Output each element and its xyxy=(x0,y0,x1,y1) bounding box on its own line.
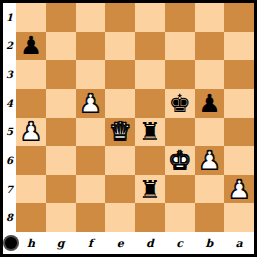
black-rook[interactable]: ♜ xyxy=(139,119,161,144)
chess-board: 12♟34♟♚♟5♟♛♜6♚♟7♜♟8hgfedcba xyxy=(0,0,257,257)
square-a1[interactable] xyxy=(224,3,254,32)
square-c6[interactable]: ♚ xyxy=(165,146,195,175)
square-h1[interactable] xyxy=(16,3,46,32)
square-g4[interactable] xyxy=(46,89,76,118)
white-pawn[interactable]: ♟ xyxy=(228,177,250,202)
black-king[interactable]: ♚ xyxy=(168,91,190,116)
square-c2[interactable] xyxy=(165,32,195,61)
square-b4[interactable]: ♟ xyxy=(195,89,225,118)
square-g5[interactable] xyxy=(46,118,76,147)
square-g6[interactable] xyxy=(46,146,76,175)
square-c4[interactable]: ♚ xyxy=(165,89,195,118)
move-indicator-cell xyxy=(3,232,16,254)
square-d6[interactable] xyxy=(135,146,165,175)
square-g7[interactable] xyxy=(46,175,76,204)
black-pawn[interactable]: ♟ xyxy=(198,91,220,116)
square-c7[interactable] xyxy=(165,175,195,204)
square-b3[interactable] xyxy=(195,60,225,89)
black-pawn[interactable]: ♟ xyxy=(20,33,42,58)
file-label-c: c xyxy=(165,232,195,254)
square-g8[interactable] xyxy=(46,203,76,232)
file-label-b: b xyxy=(195,232,225,254)
square-e8[interactable] xyxy=(105,203,135,232)
rank-label-2: 2 xyxy=(3,32,16,61)
square-f8[interactable] xyxy=(76,203,106,232)
square-h3[interactable] xyxy=(16,60,46,89)
square-d4[interactable] xyxy=(135,89,165,118)
square-e7[interactable] xyxy=(105,175,135,204)
rank-label-6: 6 xyxy=(3,146,16,175)
square-c5[interactable] xyxy=(165,118,195,147)
rank-label-8: 8 xyxy=(3,203,16,232)
file-label-d: d xyxy=(135,232,165,254)
square-a5[interactable] xyxy=(224,118,254,147)
square-c3[interactable] xyxy=(165,60,195,89)
square-g2[interactable] xyxy=(46,32,76,61)
square-e3[interactable] xyxy=(105,60,135,89)
square-h2[interactable]: ♟ xyxy=(16,32,46,61)
square-g3[interactable] xyxy=(46,60,76,89)
square-d2[interactable] xyxy=(135,32,165,61)
white-pawn[interactable]: ♟ xyxy=(198,148,220,173)
square-e4[interactable] xyxy=(105,89,135,118)
square-h5[interactable]: ♟ xyxy=(16,118,46,147)
square-e2[interactable] xyxy=(105,32,135,61)
file-label-f: f xyxy=(76,232,106,254)
white-queen[interactable]: ♛ xyxy=(109,119,131,144)
rank-label-3: 3 xyxy=(3,60,16,89)
square-b5[interactable] xyxy=(195,118,225,147)
black-rook[interactable]: ♜ xyxy=(139,177,161,202)
square-d7[interactable]: ♜ xyxy=(135,175,165,204)
rank-label-4: 4 xyxy=(3,89,16,118)
square-b1[interactable] xyxy=(195,3,225,32)
square-f5[interactable] xyxy=(76,118,106,147)
square-d8[interactable] xyxy=(135,203,165,232)
square-d1[interactable] xyxy=(135,3,165,32)
white-pawn[interactable]: ♟ xyxy=(20,119,42,144)
square-f1[interactable] xyxy=(76,3,106,32)
square-b8[interactable] xyxy=(195,203,225,232)
rank-label-1: 1 xyxy=(3,3,16,32)
square-d5[interactable]: ♜ xyxy=(135,118,165,147)
black-to-move-indicator xyxy=(5,237,17,249)
rank-label-7: 7 xyxy=(3,175,16,204)
square-b6[interactable]: ♟ xyxy=(195,146,225,175)
rank-label-5: 5 xyxy=(3,118,16,147)
square-a7[interactable]: ♟ xyxy=(224,175,254,204)
file-label-a: a xyxy=(224,232,254,254)
square-h6[interactable] xyxy=(16,146,46,175)
square-h4[interactable] xyxy=(16,89,46,118)
square-b2[interactable] xyxy=(195,32,225,61)
square-a6[interactable] xyxy=(224,146,254,175)
square-a3[interactable] xyxy=(224,60,254,89)
square-g1[interactable] xyxy=(46,3,76,32)
square-h8[interactable] xyxy=(16,203,46,232)
square-f6[interactable] xyxy=(76,146,106,175)
square-d3[interactable] xyxy=(135,60,165,89)
square-a4[interactable] xyxy=(224,89,254,118)
white-king[interactable]: ♚ xyxy=(168,148,190,173)
square-a8[interactable] xyxy=(224,203,254,232)
square-e6[interactable] xyxy=(105,146,135,175)
square-e1[interactable] xyxy=(105,3,135,32)
square-f2[interactable] xyxy=(76,32,106,61)
file-label-e: e xyxy=(105,232,135,254)
file-label-h: h xyxy=(16,232,46,254)
white-pawn[interactable]: ♟ xyxy=(79,91,101,116)
square-f3[interactable] xyxy=(76,60,106,89)
square-c1[interactable] xyxy=(165,3,195,32)
square-a2[interactable] xyxy=(224,32,254,61)
square-b7[interactable] xyxy=(195,175,225,204)
square-f7[interactable] xyxy=(76,175,106,204)
file-label-g: g xyxy=(46,232,76,254)
square-e5[interactable]: ♛ xyxy=(105,118,135,147)
square-f4[interactable]: ♟ xyxy=(76,89,106,118)
square-c8[interactable] xyxy=(165,203,195,232)
square-h7[interactable] xyxy=(16,175,46,204)
